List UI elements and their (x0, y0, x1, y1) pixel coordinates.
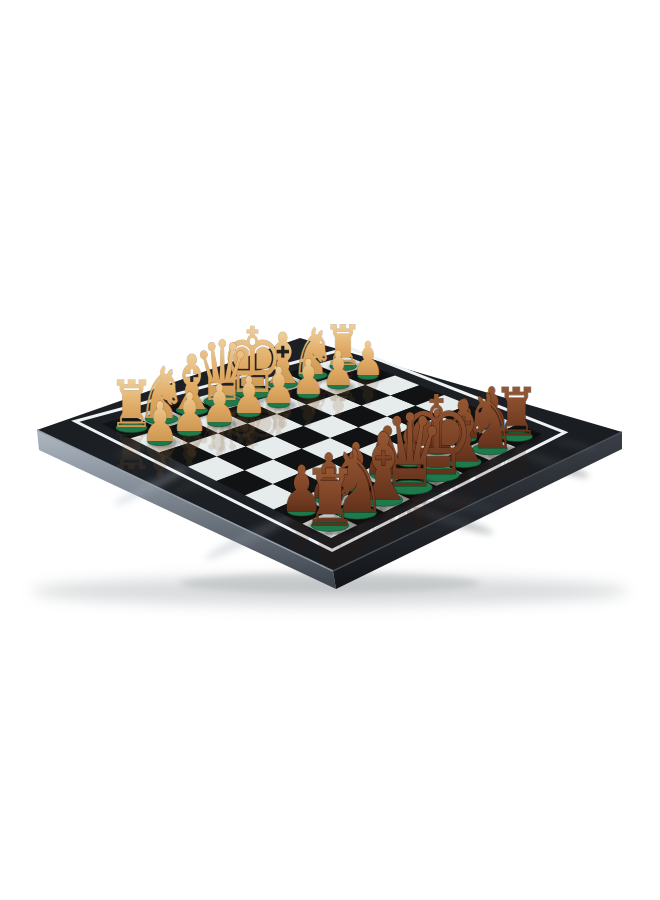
piece-white-pawn-a2: ♟ (141, 389, 179, 454)
pawn-glyph: ♟ (141, 389, 179, 454)
board-svg: ♜♞♟♝♟♚♟♛♟♝♟♞♟♟♜♟♜♟♟♞♟♝♟♚♟♟♛♟♝♟♞♜♜♞♟♝♟♚♟♛… (0, 0, 660, 900)
piece-white-pawn-f2: ♟ (291, 348, 325, 405)
pawn-glyph: ♟ (352, 332, 384, 387)
chess-set-photo: ♜♞♟♝♟♚♟♛♟♝♟♞♟♟♜♟♜♟♟♞♟♝♟♚♟♟♛♟♝♟♞♜♜♞♟♝♟♚♟♛… (0, 0, 660, 900)
pawn-glyph: ♟ (322, 340, 355, 396)
piece-white-pawn-h2: ♟ (352, 332, 385, 387)
piece-white-pawn-g2: ♟ (322, 340, 355, 396)
piece-black-rook-a8: ♜ (303, 452, 358, 542)
pawn-glyph: ♟ (291, 348, 325, 405)
rook-glyph: ♜ (303, 452, 357, 542)
